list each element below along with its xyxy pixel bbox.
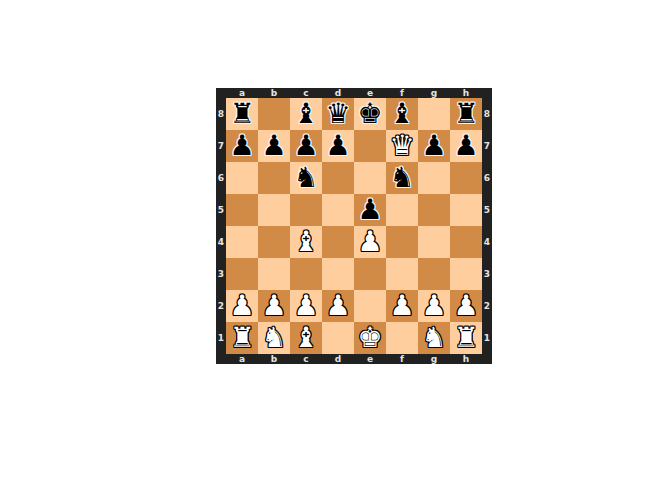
white-pawn[interactable]: ♟: [226, 290, 258, 322]
black-pawn[interactable]: ♟: [322, 130, 354, 162]
rank-label-5: 5: [482, 194, 492, 226]
black-pawn[interactable]: ♟: [226, 130, 258, 162]
square-h6[interactable]: [450, 162, 482, 194]
square-a5[interactable]: [226, 194, 258, 226]
rank-label-2: 2: [216, 290, 226, 322]
square-g5[interactable]: [418, 194, 450, 226]
black-pawn[interactable]: ♟: [354, 194, 386, 226]
square-g1[interactable]: ♞: [418, 322, 450, 354]
black-pawn[interactable]: ♟: [418, 130, 450, 162]
square-a8[interactable]: ♜: [226, 98, 258, 130]
square-g4[interactable]: [418, 226, 450, 258]
square-e4[interactable]: ♟: [354, 226, 386, 258]
square-h5[interactable]: [450, 194, 482, 226]
rank-label-1: 1: [482, 322, 492, 354]
rank-label-4: 4: [482, 226, 492, 258]
white-pawn[interactable]: ♟: [418, 290, 450, 322]
square-b7[interactable]: ♟: [258, 130, 290, 162]
square-b5[interactable]: [258, 194, 290, 226]
white-rook[interactable]: ♜: [450, 322, 482, 354]
white-pawn[interactable]: ♟: [386, 290, 418, 322]
square-h3[interactable]: [450, 258, 482, 290]
square-e1[interactable]: ♚: [354, 322, 386, 354]
square-b8[interactable]: [258, 98, 290, 130]
square-c7[interactable]: ♟: [290, 130, 322, 162]
square-f4[interactable]: [386, 226, 418, 258]
square-b6[interactable]: [258, 162, 290, 194]
black-pawn[interactable]: ♟: [290, 130, 322, 162]
square-c5[interactable]: [290, 194, 322, 226]
square-a2[interactable]: ♟: [226, 290, 258, 322]
square-d4[interactable]: [322, 226, 354, 258]
square-d8[interactable]: ♛: [322, 98, 354, 130]
square-a6[interactable]: [226, 162, 258, 194]
file-label-e: e: [354, 354, 386, 364]
black-knight[interactable]: ♞: [290, 162, 322, 194]
square-b1[interactable]: ♞: [258, 322, 290, 354]
white-bishop[interactable]: ♝: [290, 226, 322, 258]
rank-label-7: 7: [216, 130, 226, 162]
white-king[interactable]: ♚: [354, 322, 386, 354]
square-b3[interactable]: [258, 258, 290, 290]
rank-label-8: 8: [216, 98, 226, 130]
rank-label-3: 3: [216, 258, 226, 290]
square-e2[interactable]: [354, 290, 386, 322]
black-king[interactable]: ♚: [354, 98, 386, 130]
square-g7[interactable]: ♟: [418, 130, 450, 162]
white-pawn[interactable]: ♟: [450, 290, 482, 322]
file-label-d: d: [322, 354, 354, 364]
black-queen[interactable]: ♛: [322, 98, 354, 130]
file-label-f: f: [386, 354, 418, 364]
square-h2[interactable]: ♟: [450, 290, 482, 322]
rank-label-5: 5: [216, 194, 226, 226]
square-g8[interactable]: [418, 98, 450, 130]
square-e7[interactable]: [354, 130, 386, 162]
page-background: abcdefgh abcdefgh 87654321 87654321 ♜♝♛♚…: [0, 0, 672, 480]
square-f5[interactable]: [386, 194, 418, 226]
square-h7[interactable]: ♟: [450, 130, 482, 162]
rank-label-4: 4: [216, 226, 226, 258]
square-f2[interactable]: ♟: [386, 290, 418, 322]
white-queen[interactable]: ♛: [386, 130, 418, 162]
black-bishop[interactable]: ♝: [290, 98, 322, 130]
square-c4[interactable]: ♝: [290, 226, 322, 258]
white-pawn[interactable]: ♟: [290, 290, 322, 322]
file-label-h: h: [450, 354, 482, 364]
square-g2[interactable]: ♟: [418, 290, 450, 322]
square-d1[interactable]: [322, 322, 354, 354]
file-label-b: b: [258, 354, 290, 364]
file-label-b: b: [258, 88, 290, 98]
square-c3[interactable]: [290, 258, 322, 290]
black-bishop[interactable]: ♝: [386, 98, 418, 130]
black-rook[interactable]: ♜: [226, 98, 258, 130]
square-d2[interactable]: ♟: [322, 290, 354, 322]
chess-board: abcdefgh abcdefgh 87654321 87654321 ♜♝♛♚…: [216, 88, 492, 364]
white-bishop[interactable]: ♝: [290, 322, 322, 354]
board-squares: ♜♝♛♚♝♜♟♟♟♟♛♟♟♞♞♟♝♟♟♟♟♟♟♟♟♜♞♝♚♞♜: [226, 98, 482, 354]
black-knight[interactable]: ♞: [386, 162, 418, 194]
square-f6[interactable]: ♞: [386, 162, 418, 194]
white-pawn[interactable]: ♟: [322, 290, 354, 322]
square-f3[interactable]: [386, 258, 418, 290]
square-g6[interactable]: [418, 162, 450, 194]
square-d5[interactable]: [322, 194, 354, 226]
rank-label-1: 1: [216, 322, 226, 354]
square-c2[interactable]: ♟: [290, 290, 322, 322]
black-pawn[interactable]: ♟: [450, 130, 482, 162]
square-e5[interactable]: ♟: [354, 194, 386, 226]
file-label-g: g: [418, 88, 450, 98]
square-c1[interactable]: ♝: [290, 322, 322, 354]
square-d6[interactable]: [322, 162, 354, 194]
square-a7[interactable]: ♟: [226, 130, 258, 162]
rank-label-6: 6: [216, 162, 226, 194]
square-e3[interactable]: [354, 258, 386, 290]
square-h1[interactable]: ♜: [450, 322, 482, 354]
square-e8[interactable]: ♚: [354, 98, 386, 130]
rank-label-2: 2: [482, 290, 492, 322]
file-label-g: g: [418, 354, 450, 364]
rank-label-8: 8: [482, 98, 492, 130]
rank-labels-left: 87654321: [216, 98, 226, 354]
white-knight[interactable]: ♞: [258, 322, 290, 354]
square-f7[interactable]: ♛: [386, 130, 418, 162]
square-f8[interactable]: ♝: [386, 98, 418, 130]
square-c6[interactable]: ♞: [290, 162, 322, 194]
rank-label-3: 3: [482, 258, 492, 290]
file-label-a: a: [226, 354, 258, 364]
rank-labels-right: 87654321: [482, 98, 492, 354]
square-b2[interactable]: ♟: [258, 290, 290, 322]
white-pawn[interactable]: ♟: [258, 290, 290, 322]
square-h8[interactable]: ♜: [450, 98, 482, 130]
white-rook[interactable]: ♜: [226, 322, 258, 354]
square-d7[interactable]: ♟: [322, 130, 354, 162]
square-a1[interactable]: ♜: [226, 322, 258, 354]
square-g3[interactable]: [418, 258, 450, 290]
square-b4[interactable]: [258, 226, 290, 258]
square-a3[interactable]: [226, 258, 258, 290]
white-knight[interactable]: ♞: [418, 322, 450, 354]
white-pawn[interactable]: ♟: [354, 226, 386, 258]
square-c8[interactable]: ♝: [290, 98, 322, 130]
file-labels-top: abcdefgh: [226, 88, 482, 98]
file-label-c: c: [290, 354, 322, 364]
rank-label-6: 6: [482, 162, 492, 194]
square-e6[interactable]: [354, 162, 386, 194]
square-h4[interactable]: [450, 226, 482, 258]
square-d3[interactable]: [322, 258, 354, 290]
black-rook[interactable]: ♜: [450, 98, 482, 130]
rank-label-7: 7: [482, 130, 492, 162]
file-labels-bottom: abcdefgh: [226, 354, 482, 364]
square-f1[interactable]: [386, 322, 418, 354]
square-a4[interactable]: [226, 226, 258, 258]
black-pawn[interactable]: ♟: [258, 130, 290, 162]
